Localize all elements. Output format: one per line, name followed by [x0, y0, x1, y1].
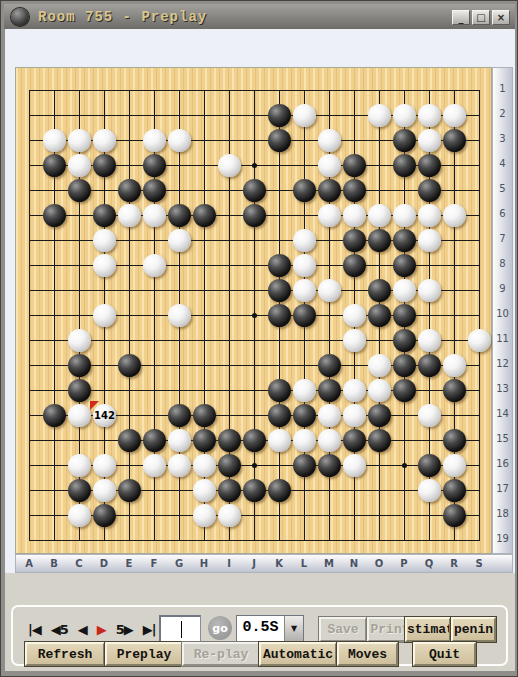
- black-stone-K9: [268, 279, 291, 302]
- board-grid[interactable]: 142: [29, 90, 480, 541]
- white-stone-P6: [393, 204, 416, 227]
- white-stone-D10: [93, 304, 116, 327]
- black-stone-M5: [318, 179, 341, 202]
- black-stone-N4: [343, 154, 366, 177]
- control-panel: |◀◀5◀▶5▶▶| go 0.5S ▼ SavePrintstimatpeni…: [5, 573, 515, 671]
- row-label: 1: [493, 83, 512, 94]
- white-stone-P9: [393, 279, 416, 302]
- star-point: [402, 463, 407, 468]
- row-label: 3: [493, 133, 512, 144]
- black-stone-Q4: [418, 154, 441, 177]
- black-stone-J6: [243, 204, 266, 227]
- white-stone-P2: [393, 104, 416, 127]
- white-stone-D17: [93, 479, 116, 502]
- column-label: D: [92, 558, 116, 569]
- black-stone-R17: [443, 479, 466, 502]
- column-label: O: [367, 558, 391, 569]
- black-stone-K10: [268, 304, 291, 327]
- black-stone-I16: [218, 454, 241, 477]
- black-stone-O9: [368, 279, 391, 302]
- replay-button: Re-play: [182, 642, 260, 666]
- white-stone-L13: [293, 379, 316, 402]
- row-label: 19: [493, 533, 512, 544]
- save-button: Save: [319, 617, 367, 642]
- automatic-button[interactable]: Automatic: [259, 642, 337, 666]
- black-stone-B6: [43, 204, 66, 227]
- app-window: Room 755 - Preplay _□× 142 1234567891011…: [0, 0, 518, 677]
- white-stone-D14: 142: [93, 404, 116, 427]
- black-stone-C12: [68, 354, 91, 377]
- black-stone-Q16: [418, 454, 441, 477]
- black-stone-P11: [393, 329, 416, 352]
- white-stone-M14: [318, 404, 341, 427]
- black-stone-M13: [318, 379, 341, 402]
- black-stone-R3: [443, 129, 466, 152]
- white-stone-L2: [293, 104, 316, 127]
- white-stone-F3: [143, 129, 166, 152]
- white-stone-N16: [343, 454, 366, 477]
- row-coordinates: 12345678910111213141516171819: [492, 67, 513, 554]
- black-stone-G14: [168, 404, 191, 427]
- white-stone-K15: [268, 429, 291, 452]
- playback-first-button[interactable]: |◀: [28, 622, 41, 637]
- black-stone-Q12: [418, 354, 441, 377]
- black-stone-P12: [393, 354, 416, 377]
- white-stone-G15: [168, 429, 191, 452]
- row-label: 10: [493, 308, 512, 319]
- playback-forward-5-button[interactable]: 5▶: [116, 622, 133, 637]
- opening-button[interactable]: penin: [451, 617, 496, 642]
- black-stone-J5: [243, 179, 266, 202]
- white-stone-M6: [318, 204, 341, 227]
- white-stone-O13: [368, 379, 391, 402]
- white-stone-F8: [143, 254, 166, 277]
- black-stone-J17: [243, 479, 266, 502]
- black-stone-O10: [368, 304, 391, 327]
- delay-dropdown[interactable]: 0.5S ▼: [236, 615, 304, 642]
- white-stone-C4: [68, 154, 91, 177]
- white-stone-M4: [318, 154, 341, 177]
- row-label: 11: [493, 333, 512, 344]
- column-label: J: [242, 558, 266, 569]
- black-stone-M16: [318, 454, 341, 477]
- black-stone-H14: [193, 404, 216, 427]
- white-stone-D3: [93, 129, 116, 152]
- white-stone-H16: [193, 454, 216, 477]
- column-label: I: [217, 558, 241, 569]
- refresh-button[interactable]: Refresh: [25, 642, 105, 666]
- white-stone-G7: [168, 229, 191, 252]
- go-board: 142: [15, 67, 492, 554]
- black-stone-C13: [68, 379, 91, 402]
- black-stone-D4: [93, 154, 116, 177]
- white-stone-C18: [68, 504, 91, 527]
- black-stone-F5: [143, 179, 166, 202]
- white-stone-Q7: [418, 229, 441, 252]
- black-stone-K8: [268, 254, 291, 277]
- white-stone-L8: [293, 254, 316, 277]
- black-stone-N7: [343, 229, 366, 252]
- black-stone-B14: [43, 404, 66, 427]
- black-stone-F15: [143, 429, 166, 452]
- column-label: M: [317, 558, 341, 569]
- white-stone-N10: [343, 304, 366, 327]
- window-title: Room 755 - Preplay: [38, 9, 207, 25]
- white-stone-L7: [293, 229, 316, 252]
- star-point: [252, 313, 257, 318]
- column-label: L: [292, 558, 316, 569]
- column-label: E: [117, 558, 141, 569]
- white-stone-G3: [168, 129, 191, 152]
- row-label: 16: [493, 458, 512, 469]
- dropdown-arrow-icon[interactable]: ▼: [284, 616, 303, 641]
- black-stone-K17: [268, 479, 291, 502]
- last-move-number: 142: [93, 404, 116, 427]
- row-label: 4: [493, 158, 512, 169]
- maximize-button[interactable]: □: [472, 10, 490, 25]
- column-label: N: [342, 558, 366, 569]
- black-stone-N8: [343, 254, 366, 277]
- black-stone-L14: [293, 404, 316, 427]
- white-stone-C14: [68, 404, 91, 427]
- black-stone-P7: [393, 229, 416, 252]
- row-label: 13: [493, 383, 512, 394]
- move-number-input[interactable]: [159, 615, 201, 642]
- white-stone-G10: [168, 304, 191, 327]
- star-point: [252, 463, 257, 468]
- playback-back-5-button[interactable]: ◀5: [51, 622, 68, 637]
- playback-forward-1-button[interactable]: ▶: [97, 622, 106, 637]
- black-stone-H6: [193, 204, 216, 227]
- white-stone-N13: [343, 379, 366, 402]
- white-stone-D16: [93, 454, 116, 477]
- white-stone-S11: [468, 329, 491, 352]
- minimize-button[interactable]: _: [452, 10, 470, 25]
- white-stone-M3: [318, 129, 341, 152]
- estimate-button[interactable]: stimat: [405, 617, 451, 642]
- white-stone-M9: [318, 279, 341, 302]
- row-label: 18: [493, 508, 512, 519]
- white-stone-C3: [68, 129, 91, 152]
- column-label: Q: [417, 558, 441, 569]
- black-stone-G6: [168, 204, 191, 227]
- row-label: 7: [493, 233, 512, 244]
- black-stone-P13: [393, 379, 416, 402]
- black-stone-D6: [93, 204, 116, 227]
- row-label: 17: [493, 483, 512, 494]
- window-body: 142 12345678910111213141516171819 ABCDEF…: [5, 29, 515, 671]
- white-stone-G16: [168, 454, 191, 477]
- white-stone-E6: [118, 204, 141, 227]
- close-button[interactable]: ×: [492, 10, 510, 25]
- column-label: B: [42, 558, 66, 569]
- black-stone-B4: [43, 154, 66, 177]
- white-stone-N14: [343, 404, 366, 427]
- preplay-button[interactable]: Preplay: [105, 642, 183, 666]
- delay-value: 0.5S: [237, 616, 284, 641]
- column-label: H: [192, 558, 216, 569]
- white-stone-O2: [368, 104, 391, 127]
- white-stone-C16: [68, 454, 91, 477]
- black-stone-O14: [368, 404, 391, 427]
- black-stone-F4: [143, 154, 166, 177]
- white-stone-H17: [193, 479, 216, 502]
- white-stone-Q2: [418, 104, 441, 127]
- black-stone-P10: [393, 304, 416, 327]
- white-stone-N6: [343, 204, 366, 227]
- white-stone-O12: [368, 354, 391, 377]
- go-button[interactable]: go: [208, 616, 232, 640]
- white-stone-H18: [193, 504, 216, 527]
- black-stone-K3: [268, 129, 291, 152]
- column-label: C: [67, 558, 91, 569]
- playback-controls: |◀◀5◀▶5▶▶|: [23, 617, 161, 641]
- white-stone-D7: [93, 229, 116, 252]
- black-stone-N15: [343, 429, 366, 452]
- white-stone-R16: [443, 454, 466, 477]
- white-stone-O6: [368, 204, 391, 227]
- app-icon: [11, 8, 29, 26]
- white-stone-I4: [218, 154, 241, 177]
- black-stone-K14: [268, 404, 291, 427]
- black-stone-Q5: [418, 179, 441, 202]
- row-label: 2: [493, 108, 512, 119]
- black-stone-J15: [243, 429, 266, 452]
- column-coordinates: ABCDEFGHIJKLMNOPQRS: [15, 554, 513, 573]
- row-label: 14: [493, 408, 512, 419]
- playback-back-1-button[interactable]: ◀: [78, 622, 87, 637]
- white-stone-I18: [218, 504, 241, 527]
- white-stone-Q17: [418, 479, 441, 502]
- black-stone-P8: [393, 254, 416, 277]
- column-label: R: [442, 558, 466, 569]
- black-stone-R18: [443, 504, 466, 527]
- black-stone-H15: [193, 429, 216, 452]
- row-label: 12: [493, 358, 512, 369]
- black-stone-E5: [118, 179, 141, 202]
- black-stone-R13: [443, 379, 466, 402]
- white-stone-F6: [143, 204, 166, 227]
- row-label: 5: [493, 183, 512, 194]
- black-stone-I17: [218, 479, 241, 502]
- playback-last-button[interactable]: ▶|: [143, 622, 156, 637]
- black-stone-I15: [218, 429, 241, 452]
- column-label: S: [467, 558, 491, 569]
- row-label: 6: [493, 208, 512, 219]
- white-stone-R6: [443, 204, 466, 227]
- white-stone-Q14: [418, 404, 441, 427]
- white-stone-R2: [443, 104, 466, 127]
- black-stone-C5: [68, 179, 91, 202]
- black-stone-E15: [118, 429, 141, 452]
- white-stone-L9: [293, 279, 316, 302]
- black-stone-E12: [118, 354, 141, 377]
- white-stone-Q11: [418, 329, 441, 352]
- row-label: 15: [493, 433, 512, 444]
- black-stone-P3: [393, 129, 416, 152]
- white-stone-R12: [443, 354, 466, 377]
- black-stone-L10: [293, 304, 316, 327]
- white-stone-B3: [43, 129, 66, 152]
- star-point: [252, 163, 257, 168]
- black-stone-L5: [293, 179, 316, 202]
- column-label: P: [392, 558, 416, 569]
- black-stone-D18: [93, 504, 116, 527]
- text-caret: [181, 621, 182, 638]
- black-stone-C17: [68, 479, 91, 502]
- black-stone-O7: [368, 229, 391, 252]
- black-stone-M12: [318, 354, 341, 377]
- black-stone-O15: [368, 429, 391, 452]
- row-label: 8: [493, 258, 512, 269]
- black-stone-N5: [343, 179, 366, 202]
- black-stone-R15: [443, 429, 466, 452]
- white-stone-L15: [293, 429, 316, 452]
- column-label: K: [267, 558, 291, 569]
- black-stone-K13: [268, 379, 291, 402]
- black-stone-P4: [393, 154, 416, 177]
- column-label: G: [167, 558, 191, 569]
- white-stone-F16: [143, 454, 166, 477]
- quit-button[interactable]: Quit: [413, 642, 476, 666]
- row-label: 9: [493, 283, 512, 294]
- white-stone-N11: [343, 329, 366, 352]
- black-stone-E17: [118, 479, 141, 502]
- white-stone-D8: [93, 254, 116, 277]
- white-stone-C11: [68, 329, 91, 352]
- black-stone-K2: [268, 104, 291, 127]
- column-label: F: [142, 558, 166, 569]
- white-stone-Q3: [418, 129, 441, 152]
- white-stone-M15: [318, 429, 341, 452]
- title-bar[interactable]: Room 755 - Preplay _□×: [4, 4, 515, 29]
- black-stone-L16: [293, 454, 316, 477]
- white-stone-Q9: [418, 279, 441, 302]
- white-stone-Q6: [418, 204, 441, 227]
- column-label: A: [17, 558, 41, 569]
- moves-button[interactable]: Moves: [337, 642, 398, 666]
